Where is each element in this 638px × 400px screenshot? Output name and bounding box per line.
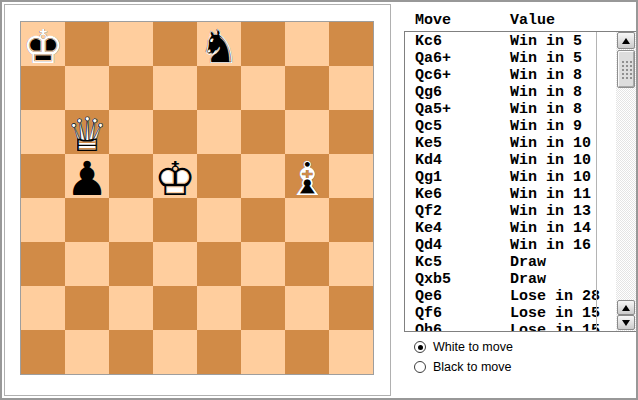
move-cell: Kc6 (415, 33, 442, 50)
value-cell: Win in 11 (510, 186, 591, 203)
move-row-Ke5[interactable]: Ke5Win in 10 (405, 135, 596, 152)
endgame-database-window: ♚♔♞♘♛♕♟♚♔♝♗ Move Value Kc6Win in 5Qa6+Wi… (0, 0, 638, 400)
scrollbar-thumb[interactable] (617, 50, 635, 88)
square-f3[interactable] (241, 242, 285, 286)
move-list[interactable]: Kc6Win in 5Qa6+Win in 5Qc6+Win in 8Qg6Wi… (404, 31, 637, 332)
scroll-down-button[interactable] (617, 315, 635, 330)
square-g5[interactable]: ♝♗ (285, 154, 329, 198)
square-d1[interactable] (153, 330, 197, 374)
white-king-piece[interactable]: ♚ (153, 156, 197, 200)
move-row-Qa5+[interactable]: Qa5+Win in 8 (405, 101, 596, 118)
square-b7[interactable] (65, 66, 109, 110)
move-row-Qxb5[interactable]: Qxb5Draw (405, 271, 596, 288)
move-row-Ke4[interactable]: Ke4Win in 14 (405, 220, 596, 237)
value-cell: Win in 9 (510, 118, 582, 135)
arrow-up-icon (622, 38, 630, 44)
square-b8[interactable] (65, 22, 109, 66)
square-g2[interactable] (285, 286, 329, 330)
square-h7[interactable] (329, 66, 373, 110)
move-cell: Ke5 (415, 135, 442, 152)
square-b6[interactable]: ♛♕ (65, 110, 109, 154)
radio-option-black-to-move[interactable]: Black to move (414, 357, 513, 377)
move-cell: Kc5 (415, 254, 442, 271)
square-h1[interactable] (329, 330, 373, 374)
square-f1[interactable] (241, 330, 285, 374)
grip-dots-icon (620, 59, 632, 79)
side-to-move-radios: White to moveBlack to move (414, 337, 513, 377)
black-king-piece[interactable]: ♚ (21, 24, 65, 68)
move-cell: Qd4 (415, 237, 442, 254)
square-d8[interactable] (153, 22, 197, 66)
black-pawn-piece[interactable]: ♟ (65, 156, 109, 200)
square-h3[interactable] (329, 242, 373, 286)
square-e2[interactable] (197, 286, 241, 330)
move-row-Kd4[interactable]: Kd4Win in 10 (405, 152, 596, 169)
move-cell: Qa5+ (415, 101, 451, 118)
square-d4[interactable] (153, 198, 197, 242)
chess-board[interactable]: ♚♔♞♘♛♕♟♚♔♝♗ (21, 22, 373, 374)
move-cell: Qf2 (415, 203, 442, 220)
move-column-header: Move (415, 12, 451, 30)
square-g7[interactable] (285, 66, 329, 110)
move-cell: Qh6 (415, 322, 442, 332)
square-f8[interactable] (241, 22, 285, 66)
square-c3[interactable] (109, 242, 153, 286)
value-cell: Win in 10 (510, 152, 591, 169)
scroll-up-button[interactable] (617, 32, 635, 49)
white-queen-piece[interactable]: ♛ (65, 112, 109, 156)
square-d2[interactable] (153, 286, 197, 330)
square-b1[interactable] (65, 330, 109, 374)
move-row-Kc6[interactable]: Kc6Win in 5 (405, 33, 596, 50)
square-a6[interactable] (21, 110, 65, 154)
square-h5[interactable] (329, 154, 373, 198)
square-c5[interactable] (109, 154, 153, 198)
square-b3[interactable] (65, 242, 109, 286)
value-cell: Win in 8 (510, 67, 582, 84)
square-e3[interactable] (197, 242, 241, 286)
square-c8[interactable] (109, 22, 153, 66)
value-cell: Lose in 28 (510, 288, 600, 305)
move-cell: Kd4 (415, 152, 442, 169)
move-row-Qc5[interactable]: Qc5Win in 9 (405, 118, 596, 135)
square-h6[interactable] (329, 110, 373, 154)
square-b4[interactable] (65, 198, 109, 242)
value-cell: Win in 16 (510, 237, 591, 254)
move-row-Qc6+[interactable]: Qc6+Win in 8 (405, 67, 596, 84)
square-f6[interactable] (241, 110, 285, 154)
black-knight-piece-outline: ♘ (197, 24, 241, 68)
radio-label: White to move (433, 340, 513, 354)
move-row-Kc5[interactable]: Kc5Draw (405, 254, 596, 271)
value-cell: Win in 5 (510, 33, 582, 50)
board-panel: ♚♔♞♘♛♕♟♚♔♝♗ (4, 4, 391, 396)
move-row-Qe6[interactable]: Qe6Lose in 28 (405, 288, 596, 305)
white-king-piece-outline: ♔ (153, 156, 197, 200)
radio-label: Black to move (433, 360, 512, 374)
square-h8[interactable] (329, 22, 373, 66)
square-h4[interactable] (329, 198, 373, 242)
square-a4[interactable] (21, 198, 65, 242)
move-row-Qa6+[interactable]: Qa6+Win in 5 (405, 50, 596, 67)
square-a8[interactable]: ♚♔ (21, 22, 65, 66)
square-c2[interactable] (109, 286, 153, 330)
square-a1[interactable] (21, 330, 65, 374)
square-c1[interactable] (109, 330, 153, 374)
square-a5[interactable] (21, 154, 65, 198)
square-f4[interactable] (241, 198, 285, 242)
square-e5[interactable] (197, 154, 241, 198)
list-scrollbar-divider (596, 32, 597, 331)
move-row-Qd4[interactable]: Qd4Win in 16 (405, 237, 596, 254)
square-g1[interactable] (285, 330, 329, 374)
value-cell: Win in 10 (510, 135, 591, 152)
square-g6[interactable] (285, 110, 329, 154)
square-g3[interactable] (285, 242, 329, 286)
square-a2[interactable] (21, 286, 65, 330)
arrow-down-icon (622, 320, 630, 326)
square-f5[interactable] (241, 154, 285, 198)
value-cell: Win in 5 (510, 50, 582, 67)
move-cell: Qf6 (415, 305, 442, 322)
move-cell: Qc6+ (415, 67, 451, 84)
move-cell: Ke4 (415, 220, 442, 237)
value-cell: Win in 8 (510, 84, 582, 101)
move-cell: Qxb5 (415, 271, 451, 288)
square-b5[interactable]: ♟ (65, 154, 109, 198)
square-e1[interactable] (197, 330, 241, 374)
radio-option-white-to-move[interactable]: White to move (414, 337, 513, 357)
radio-button-icon[interactable] (414, 361, 426, 373)
square-b2[interactable] (65, 286, 109, 330)
radio-dot (418, 345, 423, 350)
arrow-up-icon (622, 305, 630, 311)
value-cell: Draw (510, 271, 546, 288)
square-g8[interactable] (285, 22, 329, 66)
move-row-Qg6[interactable]: Qg6Win in 8 (405, 84, 596, 101)
move-cell: Qg1 (415, 169, 442, 186)
scroll-up-button-bottom[interactable] (617, 300, 635, 315)
square-e7[interactable] (197, 66, 241, 110)
square-e6[interactable] (197, 110, 241, 154)
square-e8[interactable]: ♞♘ (197, 22, 241, 66)
black-bishop-piece-outline: ♗ (285, 156, 329, 200)
square-f7[interactable] (241, 66, 285, 110)
square-c4[interactable] (109, 198, 153, 242)
value-cell: Win in 8 (510, 101, 582, 118)
square-e4[interactable] (197, 198, 241, 242)
square-c7[interactable] (109, 66, 153, 110)
move-row-Ke6[interactable]: Ke6Win in 11 (405, 186, 596, 203)
value-cell: Win in 13 (510, 203, 591, 220)
square-f2[interactable] (241, 286, 285, 330)
board-frame: ♚♔♞♘♛♕♟♚♔♝♗ (20, 21, 374, 375)
square-d5[interactable]: ♚♔ (153, 154, 197, 198)
value-cell: Win in 14 (510, 220, 591, 237)
black-king-piece-outline: ♔ (21, 24, 65, 68)
move-cell: Qe6 (415, 288, 442, 305)
value-cell: Draw (510, 254, 546, 271)
value-cell: Win in 10 (510, 169, 591, 186)
square-c6[interactable] (109, 110, 153, 154)
move-row-Qh6[interactable]: Qh6Lose in 15 (405, 322, 596, 332)
move-row-Qf6[interactable]: Qf6Lose in 15 (405, 305, 596, 322)
move-cell: Qc5 (415, 118, 442, 135)
square-a3[interactable] (21, 242, 65, 286)
move-cell: Qa6+ (415, 50, 451, 67)
square-d6[interactable] (153, 110, 197, 154)
move-cell: Ke6 (415, 186, 442, 203)
black-bishop-piece[interactable]: ♝ (285, 156, 329, 200)
value-cell: Lose in 15 (510, 305, 600, 322)
square-d7[interactable] (153, 66, 197, 110)
square-d3[interactable] (153, 242, 197, 286)
move-row-Qf2[interactable]: Qf2Win in 13 (405, 203, 596, 220)
black-knight-piece[interactable]: ♞ (197, 24, 241, 68)
move-row-Qg1[interactable]: Qg1Win in 10 (405, 169, 596, 186)
square-a7[interactable] (21, 66, 65, 110)
value-column-header: Value (510, 12, 555, 30)
move-list-scrollbar[interactable] (616, 32, 636, 331)
square-g4[interactable] (285, 198, 329, 242)
square-h2[interactable] (329, 286, 373, 330)
radio-button-icon[interactable] (414, 341, 426, 353)
white-queen-piece-outline: ♕ (65, 112, 109, 156)
move-list-rows: Kc6Win in 5Qa6+Win in 5Qc6+Win in 8Qg6Wi… (405, 33, 596, 332)
move-cell: Qg6 (415, 84, 442, 101)
value-cell: Lose in 15 (510, 322, 600, 332)
